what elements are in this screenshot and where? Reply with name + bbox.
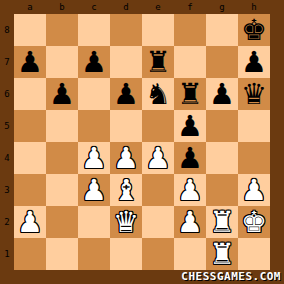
- square-h5: [238, 110, 270, 142]
- square-h8: ♚: [238, 14, 270, 46]
- black-rook-f6: ♜: [174, 78, 206, 110]
- white-pawn-h3: ♟: [238, 174, 270, 206]
- square-g4: [206, 142, 238, 174]
- file-label-a: a: [14, 0, 46, 14]
- square-c5: [78, 110, 110, 142]
- file-label-b: b: [46, 0, 78, 14]
- white-rook-g2: ♜: [206, 206, 238, 238]
- square-e3: [142, 174, 174, 206]
- white-king-h2: ♚: [238, 206, 270, 238]
- bottom-bar: CHESSGAMES.COM: [0, 270, 284, 284]
- square-g8: [206, 14, 238, 46]
- square-b6: ♟: [46, 78, 78, 110]
- square-g3: [206, 174, 238, 206]
- white-rook-g1: ♜: [206, 238, 238, 270]
- square-a6: [14, 78, 46, 110]
- square-b2: [46, 206, 78, 238]
- square-h7: ♟: [238, 46, 270, 78]
- square-f2: ♟: [174, 206, 206, 238]
- file-label-g: g: [206, 0, 238, 14]
- square-e6: ♞: [142, 78, 174, 110]
- square-f5: ♟: [174, 110, 206, 142]
- rank-label-7: 7: [0, 46, 14, 78]
- white-pawn-c4: ♟: [78, 142, 110, 174]
- square-g5: [206, 110, 238, 142]
- square-d2: ♛: [110, 206, 142, 238]
- square-c2: [78, 206, 110, 238]
- square-h4: [238, 142, 270, 174]
- square-g2: ♜: [206, 206, 238, 238]
- chessgames-watermark: CHESSGAMES.COM: [181, 270, 284, 284]
- black-pawn-f5: ♟: [174, 110, 206, 142]
- square-h3: ♟: [238, 174, 270, 206]
- black-pawn-d6: ♟: [110, 78, 142, 110]
- square-h6: ♛: [238, 78, 270, 110]
- file-label-e: e: [142, 0, 174, 14]
- square-b8: [46, 14, 78, 46]
- square-d4: ♟: [110, 142, 142, 174]
- rank-label-6: 6: [0, 78, 14, 110]
- rank-label-8: 8: [0, 14, 14, 46]
- white-pawn-f2: ♟: [174, 206, 206, 238]
- square-f7: [174, 46, 206, 78]
- square-e4: ♟: [142, 142, 174, 174]
- square-c8: [78, 14, 110, 46]
- square-c1: [78, 238, 110, 270]
- square-e8: [142, 14, 174, 46]
- square-f1: [174, 238, 206, 270]
- square-e2: [142, 206, 174, 238]
- square-d1: [110, 238, 142, 270]
- square-b5: [46, 110, 78, 142]
- square-b1: [46, 238, 78, 270]
- chess-board-frame: abcdefgh 87654321 ♚♟♟♜♟♟♟♞♜♟♛♟♟♟♟♟♟♝♟♟♟♛…: [0, 0, 284, 284]
- square-d7: [110, 46, 142, 78]
- square-a8: [14, 14, 46, 46]
- square-g7: [206, 46, 238, 78]
- square-h1: [238, 238, 270, 270]
- square-e7: ♜: [142, 46, 174, 78]
- square-d3: ♝: [110, 174, 142, 206]
- rank-label-1: 1: [0, 238, 14, 270]
- white-pawn-f3: ♟: [174, 174, 206, 206]
- white-queen-d2: ♛: [110, 206, 142, 238]
- white-pawn-d4: ♟: [110, 142, 142, 174]
- black-queen-h6: ♛: [238, 78, 270, 110]
- white-pawn-a2: ♟: [14, 206, 46, 238]
- square-f6: ♜: [174, 78, 206, 110]
- black-pawn-c7: ♟: [78, 46, 110, 78]
- square-a3: [14, 174, 46, 206]
- white-pawn-c3: ♟: [78, 174, 110, 206]
- file-label-f: f: [174, 0, 206, 14]
- square-c6: [78, 78, 110, 110]
- file-label-d: d: [110, 0, 142, 14]
- rank-label-5: 5: [0, 110, 14, 142]
- square-c4: ♟: [78, 142, 110, 174]
- square-e1: [142, 238, 174, 270]
- square-d5: [110, 110, 142, 142]
- black-knight-e6: ♞: [142, 78, 174, 110]
- square-h2: ♚: [238, 206, 270, 238]
- square-b4: [46, 142, 78, 174]
- square-c7: ♟: [78, 46, 110, 78]
- square-c3: ♟: [78, 174, 110, 206]
- square-a4: [14, 142, 46, 174]
- square-f3: ♟: [174, 174, 206, 206]
- square-d6: ♟: [110, 78, 142, 110]
- black-pawn-f4: ♟: [174, 142, 206, 174]
- black-pawn-b6: ♟: [46, 78, 78, 110]
- file-label-h: h: [238, 0, 270, 14]
- chess-board: ♚♟♟♜♟♟♟♞♜♟♛♟♟♟♟♟♟♝♟♟♟♛♟♜♚♜: [14, 14, 270, 270]
- square-b7: [46, 46, 78, 78]
- square-f8: [174, 14, 206, 46]
- file-labels: abcdefgh: [14, 0, 270, 14]
- rank-label-4: 4: [0, 142, 14, 174]
- square-d8: [110, 14, 142, 46]
- square-g6: ♟: [206, 78, 238, 110]
- black-king-h8: ♚: [238, 14, 270, 46]
- square-g1: ♜: [206, 238, 238, 270]
- square-e5: [142, 110, 174, 142]
- black-rook-e7: ♜: [142, 46, 174, 78]
- white-bishop-d3: ♝: [110, 174, 142, 206]
- square-b3: [46, 174, 78, 206]
- square-a5: [14, 110, 46, 142]
- file-label-c: c: [78, 0, 110, 14]
- square-a1: [14, 238, 46, 270]
- rank-labels: 87654321: [0, 14, 14, 270]
- square-a7: ♟: [14, 46, 46, 78]
- black-pawn-a7: ♟: [14, 46, 46, 78]
- rank-label-3: 3: [0, 174, 14, 206]
- black-pawn-h7: ♟: [238, 46, 270, 78]
- square-f4: ♟: [174, 142, 206, 174]
- black-pawn-g6: ♟: [206, 78, 238, 110]
- white-pawn-e4: ♟: [142, 142, 174, 174]
- rank-label-2: 2: [0, 206, 14, 238]
- square-a2: ♟: [14, 206, 46, 238]
